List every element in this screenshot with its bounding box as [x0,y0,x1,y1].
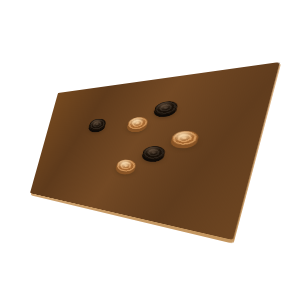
checkers-board [30,62,280,240]
photo-background [0,0,300,300]
